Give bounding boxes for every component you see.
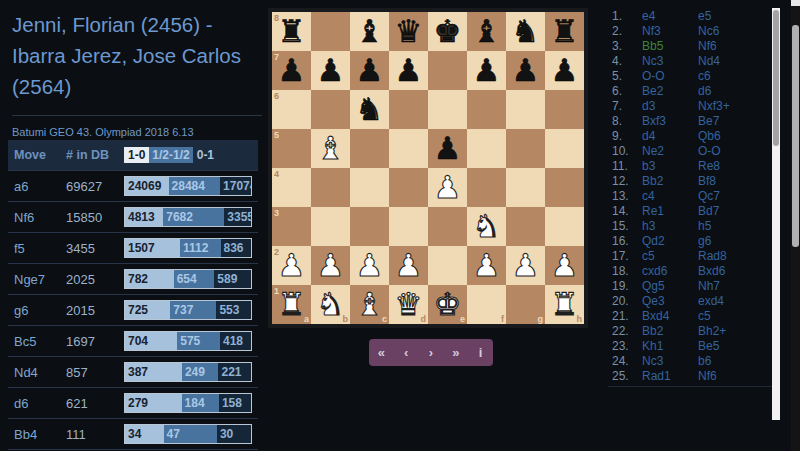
stats-move-label[interactable]: Nge7 [8, 272, 66, 287]
move-number: 2. [612, 24, 642, 38]
black-move[interactable]: Be5 [698, 339, 770, 353]
square-g2[interactable]: ♟ [506, 246, 545, 285]
white-move[interactable]: Rad1 [642, 369, 698, 383]
white-move[interactable]: Nf3 [642, 24, 698, 38]
white-wins-segment: 279 [125, 394, 182, 412]
square-a4[interactable]: 4 [272, 168, 311, 207]
move-row-17: 17.c5Rad8 [612, 248, 770, 263]
black-queen-d8[interactable]: ♛ [389, 12, 428, 51]
move-row-23: 23.Kh1Be5 [612, 338, 770, 353]
stats-count: 2015 [66, 303, 124, 318]
col-header-draws: 1/2-1/2 [149, 147, 192, 163]
move-row-2: 2.Nf3Nc6 [612, 23, 770, 38]
black-move[interactable]: Bd7 [698, 204, 770, 218]
square-g8[interactable]: ♞ [506, 12, 545, 51]
black-move[interactable]: Nxf3+ [698, 99, 770, 113]
white-wins-segment: 4813 [125, 208, 163, 226]
square-h5[interactable] [545, 129, 584, 168]
black-move[interactable]: Re8 [698, 159, 770, 173]
square-h3[interactable] [545, 207, 584, 246]
draws-segment: 654 [174, 270, 215, 288]
move-row-18: 18.cxd6Bxd6 [612, 263, 770, 278]
result-bar: 15071112836 [124, 238, 252, 258]
square-a7[interactable]: 7♟ [272, 51, 311, 90]
black-move[interactable]: exd4 [698, 294, 770, 308]
black-pawn-h7[interactable]: ♟ [545, 51, 584, 90]
square-c6[interactable]: ♞ [350, 90, 389, 129]
move-list-scrollbar[interactable] [772, 8, 780, 420]
col-header-black-wins: 0-1 [193, 148, 214, 162]
result-bar: 387249221 [124, 362, 252, 382]
move-row-13: 13.c4Qc7 [612, 188, 770, 203]
stats-row-Bc5: Bc51697704575418 [8, 325, 258, 356]
black-move[interactable]: Be7 [698, 114, 770, 128]
black-move[interactable]: h5 [698, 219, 770, 233]
move-row-5: 5.O-Oc6 [612, 68, 770, 83]
square-d5[interactable] [389, 129, 428, 168]
square-a5[interactable]: 5 [272, 129, 311, 168]
square-f3[interactable]: ♞ [467, 207, 506, 246]
square-d2[interactable]: ♟ [389, 246, 428, 285]
rank-label-5: 5 [274, 130, 279, 140]
white-move[interactable]: Be2 [642, 84, 698, 98]
stats-row-Bb4: Bb4111344730 [8, 418, 258, 449]
square-g3[interactable] [506, 207, 545, 246]
black-pawn-e5[interactable]: ♟ [428, 129, 467, 168]
move-row-3: 3.Bb5Nf6 [612, 38, 770, 53]
game-info-panel: Jenni, Florian (2456) - Ibarra Jerez, Jo… [12, 10, 262, 157]
white-pawn-c2[interactable]: ♟ [350, 246, 389, 285]
black-move[interactable]: Bh2+ [698, 324, 770, 338]
stats-row-a6: a669627240692848417074 [8, 170, 258, 201]
stats-count: 69627 [66, 179, 124, 194]
black-move[interactable]: Nd4 [698, 54, 770, 68]
square-c8[interactable]: ♝ [350, 12, 389, 51]
stats-move-label[interactable]: a6 [8, 179, 66, 194]
square-h2[interactable]: ♟ [545, 246, 584, 285]
square-h7[interactable]: ♟ [545, 51, 584, 90]
stats-result-bar: 344730 [124, 424, 252, 444]
black-move[interactable]: Nf6 [698, 369, 770, 383]
rank-label-4: 4 [274, 169, 279, 179]
move-number: 21. [612, 309, 642, 323]
move-number: 14. [612, 204, 642, 218]
move-number: 15. [612, 219, 642, 233]
move-row-6: 6.Be2d6 [612, 83, 770, 98]
square-d7[interactable]: ♟ [389, 51, 428, 90]
black-rook-a8[interactable]: ♜ [272, 12, 311, 51]
result-bar: 240692848417074 [124, 176, 252, 196]
black-bishop-f8[interactable]: ♝ [467, 12, 506, 51]
square-c1[interactable]: c♝ [350, 285, 389, 324]
move-row-21: 21.Bxd4c5 [612, 308, 770, 323]
white-wins-segment: 1507 [125, 239, 180, 257]
white-knight-b1[interactable]: ♞ [311, 285, 350, 324]
black-pawn-f7[interactable]: ♟ [467, 51, 506, 90]
black-wins-segment: 589 [214, 270, 251, 288]
stats-row-Nf6: Nf615850481376823355 [8, 201, 258, 232]
move-row-4: 4.Nc3Nd4 [612, 53, 770, 68]
white-wins-segment: 34 [125, 425, 164, 443]
move-number: 1. [612, 9, 642, 23]
stats-header-row: Move # in DB 1-0 1/2-1/2 0-1 [8, 140, 258, 170]
move-row-12: 12.Bb2Bf8 [612, 173, 770, 188]
move-row-1: 1.e4e5 [612, 8, 770, 23]
stats-count: 111 [66, 427, 124, 442]
square-e6[interactable] [428, 90, 467, 129]
black-move[interactable]: Nh7 [698, 279, 770, 293]
event-name: Batumi GEO 43. Olympiad 2018 6.13 [12, 125, 262, 141]
black-move[interactable]: Qc7 [698, 189, 770, 203]
square-f5[interactable] [467, 129, 506, 168]
draws-segment: 249 [182, 363, 219, 381]
move-row-7: 7.d3Nxf3+ [612, 98, 770, 113]
stats-result-bar: 387249221 [124, 362, 252, 382]
white-knight-f3[interactable]: ♞ [467, 207, 506, 246]
black-bishop-c8[interactable]: ♝ [350, 12, 389, 51]
square-e8[interactable]: ♚ [428, 12, 467, 51]
square-b2[interactable]: ♟ [311, 246, 350, 285]
stats-move-label[interactable]: Bb4 [8, 427, 66, 442]
move-list-scrollbar-thumb[interactable] [773, 10, 779, 146]
square-b7[interactable]: ♟ [311, 51, 350, 90]
white-move[interactable]: e4 [642, 9, 698, 23]
black-rook-h8[interactable]: ♜ [545, 12, 584, 51]
black-move[interactable]: Bxd6 [698, 264, 770, 278]
square-b1[interactable]: b♞ [311, 285, 350, 324]
last-move-button[interactable]: » [443, 339, 468, 366]
move-number: 12. [612, 174, 642, 188]
white-move[interactable]: Bxd4 [642, 309, 698, 323]
square-d6[interactable] [389, 90, 428, 129]
white-wins-segment: 725 [125, 301, 170, 319]
square-e4[interactable]: ♟ [428, 168, 467, 207]
result-bar: 279184158 [124, 393, 252, 413]
move-number: 9. [612, 129, 642, 143]
black-wins-segment: 158 [219, 394, 251, 412]
white-pawn-a2[interactable]: ♟ [272, 246, 311, 285]
move-list-bottom-border [608, 386, 780, 387]
white-pawn-g2[interactable]: ♟ [506, 246, 545, 285]
white-rook-h1[interactable]: ♜ [545, 285, 584, 324]
col-header-count: # in DB [66, 148, 124, 162]
stats-move-label[interactable]: Bc5 [8, 334, 66, 349]
white-pawn-b2[interactable]: ♟ [311, 246, 350, 285]
move-number: 5. [612, 69, 642, 83]
white-pawn-e4[interactable]: ♟ [428, 168, 467, 207]
stats-row-f5: f5345515071112836 [8, 232, 258, 263]
white-move[interactable]: Qg5 [642, 279, 698, 293]
black-move[interactable]: d6 [698, 84, 770, 98]
white-pawn-h2[interactable]: ♟ [545, 246, 584, 285]
square-h1[interactable]: h♜ [545, 285, 584, 324]
stats-count: 15850 [66, 210, 124, 225]
move-row-15: 15.h3h5 [612, 218, 770, 233]
square-a1[interactable]: 1a♜ [272, 285, 311, 324]
square-b5[interactable]: ♝ [311, 129, 350, 168]
square-g4[interactable] [506, 168, 545, 207]
stats-result-bar: 481376823355 [124, 207, 252, 227]
black-move[interactable]: Rad8 [698, 249, 770, 263]
stats-result-bar: 782654589 [124, 269, 252, 289]
col-header-results: 1-0 1/2-1/2 0-1 [124, 147, 252, 163]
move-number: 7. [612, 99, 642, 113]
black-move[interactable]: g6 [698, 234, 770, 248]
move-row-11: 11.b3Re8 [612, 158, 770, 173]
move-number: 24. [612, 354, 642, 368]
stats-result-bar: 725737553 [124, 300, 252, 320]
white-move[interactable]: O-O [642, 69, 698, 83]
black-move[interactable]: Qb6 [698, 129, 770, 143]
white-move[interactable]: Bxf3 [642, 114, 698, 128]
first-move-button[interactable]: « [369, 339, 394, 366]
stats-count: 2025 [66, 272, 124, 287]
white-move[interactable]: Qd2 [642, 234, 698, 248]
white-wins-segment: 782 [125, 270, 174, 288]
square-f8[interactable]: ♝ [467, 12, 506, 51]
black-move[interactable]: Nf6 [698, 39, 770, 53]
square-c4[interactable] [350, 168, 389, 207]
square-e5[interactable]: ♟ [428, 129, 467, 168]
square-d1[interactable]: d♛ [389, 285, 428, 324]
white-move[interactable]: Ne2 [642, 144, 698, 158]
square-d3[interactable] [389, 207, 428, 246]
stats-count: 3455 [66, 241, 124, 256]
black-move[interactable]: Nc6 [698, 24, 770, 38]
divider [12, 115, 262, 116]
move-number: 4. [612, 54, 642, 68]
stats-row-Nd4: Nd4857387249221 [8, 356, 258, 387]
square-b8[interactable] [311, 12, 350, 51]
black-pawn-b7[interactable]: ♟ [311, 51, 350, 90]
result-bar: 344730 [124, 424, 252, 444]
stats-result-bar: 15071112836 [124, 238, 252, 258]
white-move[interactable]: Nc3 [642, 54, 698, 68]
move-row-22: 22.Bb2Bh2+ [612, 323, 770, 338]
stats-move-label[interactable]: f5 [8, 241, 66, 256]
move-row-19: 19.Qg5Nh7 [612, 278, 770, 293]
white-wins-segment: 387 [125, 363, 182, 381]
move-row-9: 9.d4Qb6 [612, 128, 770, 143]
square-e1[interactable]: e♚ [428, 285, 467, 324]
file-label-g: g [538, 314, 544, 324]
move-list: 1.e4e52.Nf3Nc63.Bb5Nf64.Nc3Nd45.O-Oc66.B… [612, 8, 770, 383]
square-b3[interactable] [311, 207, 350, 246]
page-scrollbar[interactable] [791, 0, 800, 451]
next-move-button[interactable]: › [419, 339, 444, 366]
white-king-e1[interactable]: ♚ [428, 285, 467, 324]
square-h6[interactable] [545, 90, 584, 129]
white-pawn-f2[interactable]: ♟ [467, 246, 506, 285]
square-c5[interactable] [350, 129, 389, 168]
page-scrollbar-thumb[interactable] [792, 25, 799, 247]
move-row-20: 20.Qe3exd4 [612, 293, 770, 308]
result-bar: 704575418 [124, 331, 252, 351]
white-move[interactable]: h3 [642, 219, 698, 233]
white-move[interactable]: d4 [642, 129, 698, 143]
white-bishop-c1[interactable]: ♝ [350, 285, 389, 324]
move-number: 11. [612, 159, 642, 173]
white-move[interactable]: c5 [642, 249, 698, 263]
square-c2[interactable]: ♟ [350, 246, 389, 285]
move-number: 22. [612, 324, 642, 338]
square-g6[interactable] [506, 90, 545, 129]
square-h8[interactable]: ♜ [545, 12, 584, 51]
black-pawn-d7[interactable]: ♟ [389, 51, 428, 90]
square-d8[interactable]: ♛ [389, 12, 428, 51]
result-bar: 782654589 [124, 269, 252, 289]
result-bar: 725737553 [124, 300, 252, 320]
move-number: 18. [612, 264, 642, 278]
stats-row-g6: g62015725737553 [8, 294, 258, 325]
black-move[interactable]: O-O [698, 144, 770, 158]
chess-db-app: Jenni, Florian (2456) - Ibarra Jerez, Jo… [0, 0, 800, 451]
black-king-e8[interactable]: ♚ [428, 12, 467, 51]
square-h4[interactable] [545, 168, 584, 207]
square-a2[interactable]: 2♟ [272, 246, 311, 285]
white-move[interactable]: Re1 [642, 204, 698, 218]
square-g7[interactable]: ♟ [506, 51, 545, 90]
move-number: 16. [612, 234, 642, 248]
black-move[interactable]: c6 [698, 69, 770, 83]
draws-segment: 28484 [169, 177, 221, 195]
square-b4[interactable] [311, 168, 350, 207]
white-bishop-b5[interactable]: ♝ [311, 129, 350, 168]
black-knight-g8[interactable]: ♞ [506, 12, 545, 51]
move-number: 3. [612, 39, 642, 53]
move-row-24: 24.Nc3b6 [612, 353, 770, 368]
square-g1[interactable]: g [506, 285, 545, 324]
stats-move-label[interactable]: Nd4 [8, 365, 66, 380]
stats-move-label[interactable]: d6 [8, 396, 66, 411]
col-header-move: Move [8, 148, 66, 162]
white-rook-a1[interactable]: ♜ [272, 285, 311, 324]
draws-segment: 737 [170, 301, 216, 319]
black-wins-segment: 221 [218, 363, 251, 381]
white-pawn-d2[interactable]: ♟ [389, 246, 428, 285]
black-wins-segment: 836 [221, 239, 252, 257]
stats-count: 857 [66, 365, 124, 380]
white-move[interactable]: d3 [642, 99, 698, 113]
stats-row-Nge7: Nge72025782654589 [8, 263, 258, 294]
black-move[interactable]: b6 [698, 354, 770, 368]
black-wins-segment: 418 [220, 332, 251, 350]
rank-label-3: 3 [274, 208, 279, 218]
info-button[interactable]: i [468, 339, 493, 366]
black-pawn-g7[interactable]: ♟ [506, 51, 545, 90]
stats-move-label[interactable]: Nf6 [8, 210, 66, 225]
black-wins-segment: 30 [217, 425, 251, 443]
black-wins-segment: 553 [216, 301, 251, 319]
square-f2[interactable]: ♟ [467, 246, 506, 285]
square-e7[interactable] [428, 51, 467, 90]
move-row-25: 25.Rad1Nf6 [612, 368, 770, 383]
square-a3[interactable]: 3 [272, 207, 311, 246]
square-f4[interactable] [467, 168, 506, 207]
move-row-8: 8.Bxf3Be7 [612, 113, 770, 128]
black-wins-segment: 17074 [220, 177, 251, 195]
black-move[interactable]: e5 [698, 9, 770, 23]
white-move[interactable]: Qe3 [642, 294, 698, 308]
move-row-10: 10.Ne2O-O [612, 143, 770, 158]
black-pawn-c7[interactable]: ♟ [350, 51, 389, 90]
square-g5[interactable] [506, 129, 545, 168]
draws-segment: 47 [164, 425, 217, 443]
draws-segment: 1112 [180, 239, 221, 257]
white-move[interactable]: b3 [642, 159, 698, 173]
white-move[interactable]: cxd6 [642, 264, 698, 278]
square-a6[interactable]: 6 [272, 90, 311, 129]
move-number: 8. [612, 114, 642, 128]
stats-count: 621 [66, 396, 124, 411]
white-wins-segment: 24069 [125, 177, 169, 195]
move-number: 23. [612, 339, 642, 353]
stats-result-bar: 240692848417074 [124, 176, 252, 196]
move-number: 6. [612, 84, 642, 98]
square-e3[interactable] [428, 207, 467, 246]
result-bar: 481376823355 [124, 207, 252, 227]
move-navigation-bar: «‹›»i [369, 339, 493, 366]
square-f6[interactable] [467, 90, 506, 129]
stats-body: a669627240692848417074Nf6158504813768233… [8, 170, 258, 451]
square-c7[interactable]: ♟ [350, 51, 389, 90]
move-number: 17. [612, 249, 642, 263]
file-label-f: f [501, 314, 504, 324]
square-b6[interactable] [311, 90, 350, 129]
stats-result-bar: 279184158 [124, 393, 252, 413]
draws-segment: 184 [182, 394, 219, 412]
square-a8[interactable]: 8♜ [272, 12, 311, 51]
rank-label-6: 6 [274, 91, 279, 101]
chess-board[interactable]: 8♜♝♛♚♝♞♜7♟♟♟♟♟♟♟6♞5♝♟4♟3♞2♟♟♟♟♟♟♟1a♜b♞c♝… [268, 8, 588, 328]
page-scrollbar-cap [791, 0, 800, 6]
move-row-16: 16.Qd2g6 [612, 233, 770, 248]
white-move[interactable]: Kh1 [642, 339, 698, 353]
stats-result-bar: 704575418 [124, 331, 252, 351]
white-move[interactable]: Bb2 [642, 174, 698, 188]
game-title: Jenni, Florian (2456) - Ibarra Jerez, Jo… [12, 10, 262, 102]
move-number: 13. [612, 189, 642, 203]
white-move[interactable]: Bb5 [642, 39, 698, 53]
white-queen-d1[interactable]: ♛ [389, 285, 428, 324]
square-f1[interactable]: f [467, 285, 506, 324]
white-move[interactable]: Nc3 [642, 354, 698, 368]
black-wins-segment: 3355 [224, 208, 251, 226]
black-knight-c6[interactable]: ♞ [350, 90, 389, 129]
prev-move-button[interactable]: ‹ [394, 339, 419, 366]
black-pawn-a7[interactable]: ♟ [272, 51, 311, 90]
move-number: 20. [612, 294, 642, 308]
move-number: 19. [612, 279, 642, 293]
move-number: 10. [612, 144, 642, 158]
draws-segment: 7682 [163, 208, 224, 226]
white-move[interactable]: c4 [642, 189, 698, 203]
stats-count: 1697 [66, 334, 124, 349]
white-move[interactable]: Bb2 [642, 324, 698, 338]
black-move[interactable]: Bf8 [698, 174, 770, 188]
square-d4[interactable] [389, 168, 428, 207]
white-wins-segment: 704 [125, 332, 177, 350]
square-f7[interactable]: ♟ [467, 51, 506, 90]
stats-row-d6: d6621279184158 [8, 387, 258, 418]
move-number: 25. [612, 369, 642, 383]
col-header-white-wins: 1-0 [124, 147, 149, 163]
square-c3[interactable] [350, 207, 389, 246]
black-move[interactable]: c5 [698, 309, 770, 323]
move-row-14: 14.Re1Bd7 [612, 203, 770, 218]
stats-move-label[interactable]: g6 [8, 303, 66, 318]
square-e2[interactable] [428, 246, 467, 285]
